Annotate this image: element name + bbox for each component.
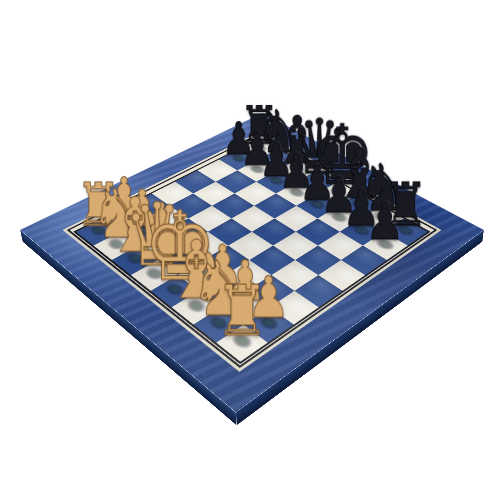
piece-shadow bbox=[136, 260, 174, 286]
bishop-icon: ♝ bbox=[164, 230, 228, 310]
piece-shadow bbox=[366, 232, 404, 256]
chess-set-product-photo: ♜♞♝♛♚♝♞♜♟♟♟♟♟♟♟♟♟♟♟♟♟♟♟♟♜♞♝♛♚♝♞♜ bbox=[0, 0, 500, 500]
pawn-icon: ♟ bbox=[213, 253, 277, 309]
chess-board: ♜♞♝♛♚♝♞♜♟♟♟♟♟♟♟♟♟♟♟♟♟♟♟♟♜♞♝♛♚♝♞♜ bbox=[20, 113, 484, 412]
